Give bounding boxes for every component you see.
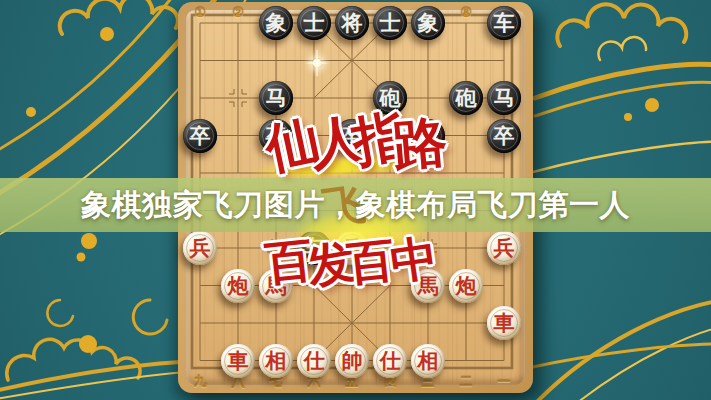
piece-red-車[interactable]: 車 [487,306,521,340]
piece-black-车[interactable]: 车 [487,6,521,40]
calligraphy-zhong: 中 [384,228,444,293]
piece-black-士[interactable]: 士 [373,6,407,40]
piece-red-車[interactable]: 車 [221,344,255,378]
file-label-top-2: ② [226,5,250,20]
file-label-top-8: ⑧ [454,5,478,20]
piece-red-相[interactable]: 相 [411,344,445,378]
file-label-bottom-1: 九 [188,373,212,391]
piece-black-将[interactable]: 将 [335,6,369,40]
piece-red-炮[interactable]: 炮 [221,269,255,303]
sparkle-marker-icon [306,52,328,74]
piece-red-相[interactable]: 相 [259,344,293,378]
piece-black-马[interactable]: 马 [487,81,521,115]
piece-black-象[interactable]: 象 [259,6,293,40]
piece-red-帥[interactable]: 帥 [335,344,369,378]
piece-black-卒[interactable]: 卒 [487,119,521,153]
piece-red-仕[interactable]: 仕 [297,344,331,378]
piece-red-仕[interactable]: 仕 [373,344,407,378]
piece-black-士[interactable]: 士 [297,6,331,40]
banner-title-text: 象棋独家飞刀图片，象棋布局飞刀第一人 [0,178,711,232]
piece-black-卒[interactable]: 卒 [183,119,217,153]
piece-black-象[interactable]: 象 [411,6,445,40]
piece-red-兵[interactable]: 兵 [487,231,521,265]
piece-black-砲[interactable]: 砲 [449,81,483,115]
piece-black-马[interactable]: 马 [259,81,293,115]
piece-red-炮[interactable]: 炮 [449,269,483,303]
file-label-bottom-8: 二 [454,373,478,391]
piece-red-兵[interactable]: 兵 [183,231,217,265]
file-label-bottom-9: 一 [492,373,516,391]
file-label-top-1: ① [188,5,212,20]
calligraphy-lu: 路 [388,109,451,178]
